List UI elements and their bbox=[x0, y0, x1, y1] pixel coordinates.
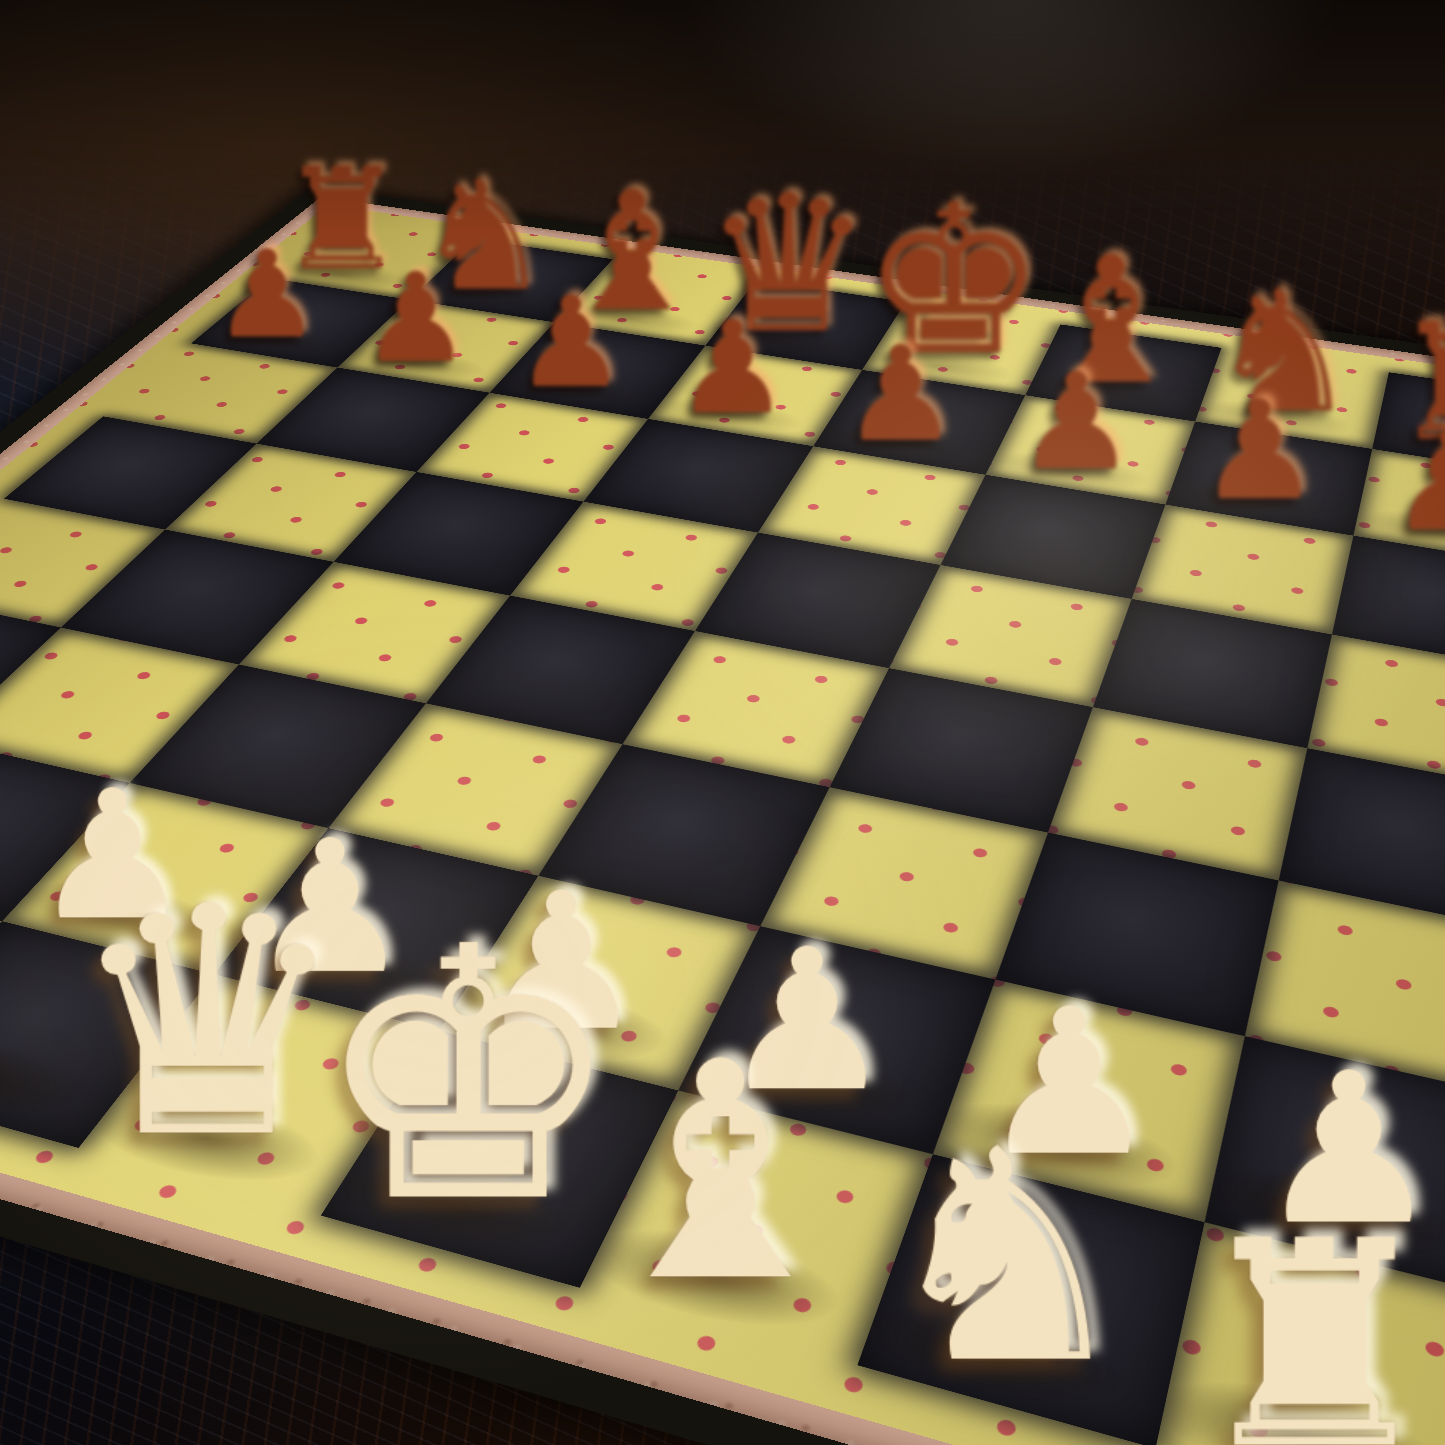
square-a4 bbox=[0, 498, 165, 627]
chessboard: ♜♞♝♛♚♝♞♜♟♟♟♟♟♟♟♟♟♟♟♟♟♟♟♟♜♞♝♛♚♝♞♜ bbox=[0, 186, 1445, 1445]
chess-set-photo: ♜♞♝♛♚♝♞♜♟♟♟♟♟♟♟♟♟♟♟♟♟♟♟♟♜♞♝♛♚♝♞♜ bbox=[0, 0, 1445, 1445]
piece-shadow bbox=[5, 1058, 406, 1222]
piece-shadow bbox=[0, 850, 293, 979]
square-g3 bbox=[995, 832, 1278, 1036]
piece-shadow bbox=[772, 1256, 1214, 1445]
board-edge-black-band: ♜♞♝♛♚♝♞♜♟♟♟♟♟♟♟♟♟♟♟♟♟♟♟♟♜♞♝♛♚♝♞♜ bbox=[0, 186, 1445, 1445]
board-face: ♜♞♝♛♚♝♞♜♟♟♟♟♟♟♟♟♟♟♟♟♟♟♟♟♜♞♝♛♚♝♞♜ bbox=[0, 204, 1445, 1445]
board-edge-cork-layer: ♜♞♝♛♚♝♞♜♟♟♟♟♟♟♟♟♟♟♟♟♟♟♟♟♜♞♝♛♚♝♞♜ bbox=[0, 196, 1445, 1445]
board-grid: ♜♞♝♛♚♝♞♜♟♟♟♟♟♟♟♟♟♟♟♟♟♟♟♟♜♞♝♛♚♝♞♜ bbox=[0, 219, 1445, 1445]
square-c4 bbox=[238, 561, 509, 703]
